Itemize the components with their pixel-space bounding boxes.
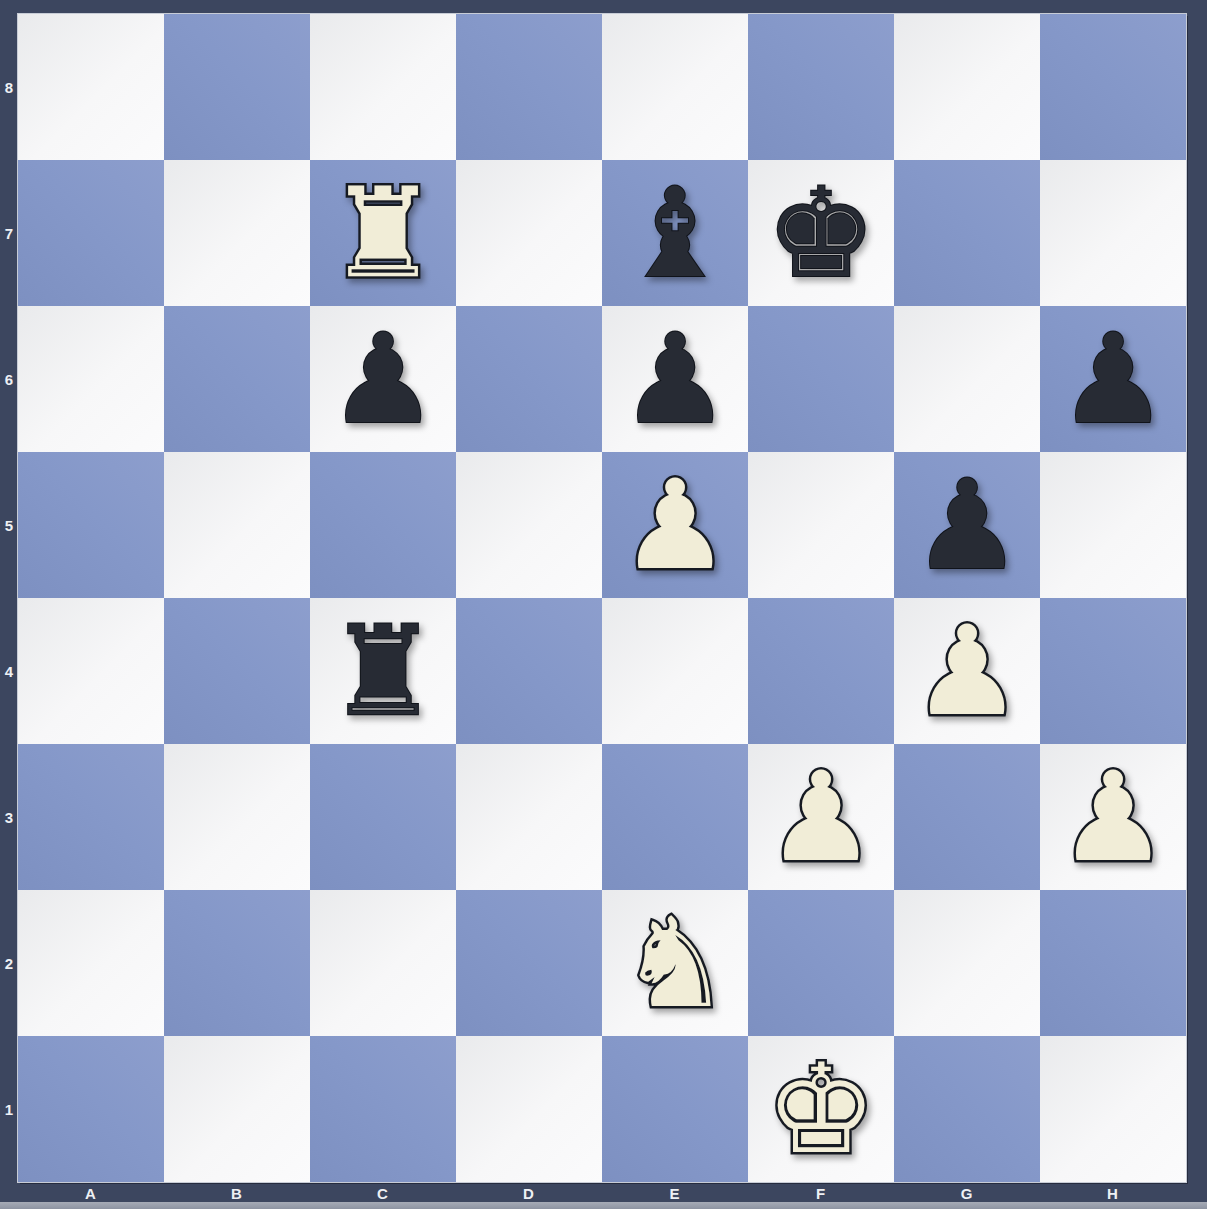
square-d1[interactable] (456, 1036, 602, 1182)
square-h4[interactable] (1040, 598, 1186, 744)
square-c1[interactable] (310, 1036, 456, 1182)
square-e6[interactable]: ♟ (602, 306, 748, 452)
rank-label-3: 3 (0, 744, 18, 890)
square-f3[interactable]: ♟ (748, 744, 894, 890)
square-a7[interactable] (18, 160, 164, 306)
square-e2[interactable]: ♞ (602, 890, 748, 1036)
black-bishop[interactable]: ♝ (602, 160, 748, 306)
square-d5[interactable] (456, 452, 602, 598)
file-label-A: A (18, 1183, 164, 1203)
rank-label-6: 6 (0, 306, 18, 452)
white-pawn[interactable]: ♟ (748, 744, 894, 890)
white-pawn[interactable]: ♟ (894, 598, 1040, 744)
square-g2[interactable] (894, 890, 1040, 1036)
square-h1[interactable] (1040, 1036, 1186, 1182)
square-c3[interactable] (310, 744, 456, 890)
square-a6[interactable] (18, 306, 164, 452)
square-c8[interactable] (310, 14, 456, 160)
square-c4[interactable]: ♜ (310, 598, 456, 744)
black-rook[interactable]: ♜ (310, 598, 456, 744)
square-h7[interactable] (1040, 160, 1186, 306)
square-f5[interactable] (748, 452, 894, 598)
square-f4[interactable] (748, 598, 894, 744)
file-label-D: D (456, 1183, 602, 1203)
square-d8[interactable] (456, 14, 602, 160)
square-c6[interactable]: ♟ (310, 306, 456, 452)
square-a8[interactable] (18, 14, 164, 160)
square-g3[interactable] (894, 744, 1040, 890)
square-h8[interactable] (1040, 14, 1186, 160)
square-b1[interactable] (164, 1036, 310, 1182)
file-label-F: F (748, 1183, 894, 1203)
square-g4[interactable]: ♟ (894, 598, 1040, 744)
black-pawn[interactable]: ♟ (894, 452, 1040, 598)
square-g8[interactable] (894, 14, 1040, 160)
square-e7[interactable]: ♝ (602, 160, 748, 306)
square-b6[interactable] (164, 306, 310, 452)
square-g5[interactable]: ♟ (894, 452, 1040, 598)
chess-app-window: ♜♝♚♟♟♟♟♟♜♟♟♟♞♚ 87654321 ABCDEFGH (0, 0, 1207, 1209)
square-a3[interactable] (18, 744, 164, 890)
square-g1[interactable] (894, 1036, 1040, 1182)
square-b8[interactable] (164, 14, 310, 160)
square-a2[interactable] (18, 890, 164, 1036)
black-pawn[interactable]: ♟ (602, 306, 748, 452)
square-b7[interactable] (164, 160, 310, 306)
square-f8[interactable] (748, 14, 894, 160)
black-pawn[interactable]: ♟ (1040, 306, 1186, 452)
square-e4[interactable] (602, 598, 748, 744)
square-c5[interactable] (310, 452, 456, 598)
square-b3[interactable] (164, 744, 310, 890)
square-h6[interactable]: ♟ (1040, 306, 1186, 452)
file-label-B: B (164, 1183, 310, 1203)
rank-label-4: 4 (0, 598, 18, 744)
white-pawn[interactable]: ♟ (1040, 744, 1186, 890)
square-b2[interactable] (164, 890, 310, 1036)
square-f6[interactable] (748, 306, 894, 452)
rank-label-5: 5 (0, 452, 18, 598)
square-c7[interactable]: ♜ (310, 160, 456, 306)
square-g6[interactable] (894, 306, 1040, 452)
window-bottom-edge (0, 1202, 1207, 1209)
square-d7[interactable] (456, 160, 602, 306)
square-e8[interactable] (602, 14, 748, 160)
square-d3[interactable] (456, 744, 602, 890)
square-d6[interactable] (456, 306, 602, 452)
square-f1[interactable]: ♚ (748, 1036, 894, 1182)
chess-board: ♜♝♚♟♟♟♟♟♜♟♟♟♞♚ (18, 14, 1186, 1182)
rank-label-8: 8 (0, 14, 18, 160)
square-h2[interactable] (1040, 890, 1186, 1036)
square-h5[interactable] (1040, 452, 1186, 598)
file-label-G: G (894, 1183, 1040, 1203)
square-b4[interactable] (164, 598, 310, 744)
file-label-E: E (602, 1183, 748, 1203)
rank-label-1: 1 (0, 1036, 18, 1182)
rank-label-2: 2 (0, 890, 18, 1036)
square-e5[interactable]: ♟ (602, 452, 748, 598)
white-knight[interactable]: ♞ (602, 890, 748, 1036)
white-king[interactable]: ♚ (748, 1036, 894, 1182)
black-king[interactable]: ♚ (748, 160, 894, 306)
rank-label-7: 7 (0, 160, 18, 306)
white-pawn[interactable]: ♟ (602, 452, 748, 598)
square-h3[interactable]: ♟ (1040, 744, 1186, 890)
file-label-H: H (1040, 1183, 1186, 1203)
black-pawn[interactable]: ♟ (310, 306, 456, 452)
square-e1[interactable] (602, 1036, 748, 1182)
square-a1[interactable] (18, 1036, 164, 1182)
square-b5[interactable] (164, 452, 310, 598)
square-d2[interactable] (456, 890, 602, 1036)
square-e3[interactable] (602, 744, 748, 890)
square-f7[interactable]: ♚ (748, 160, 894, 306)
file-label-C: C (310, 1183, 456, 1203)
square-f2[interactable] (748, 890, 894, 1036)
square-a4[interactable] (18, 598, 164, 744)
square-g7[interactable] (894, 160, 1040, 306)
square-c2[interactable] (310, 890, 456, 1036)
white-rook[interactable]: ♜ (310, 160, 456, 306)
square-d4[interactable] (456, 598, 602, 744)
square-a5[interactable] (18, 452, 164, 598)
